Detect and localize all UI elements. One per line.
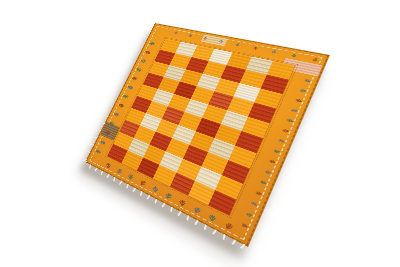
vine-twig-icon	[152, 186, 159, 194]
vine-twig-icon	[94, 148, 101, 154]
vine-twig-icon	[274, 149, 281, 154]
vine-twig-icon	[303, 78, 312, 83]
vine-twig-icon	[286, 118, 295, 124]
vine-twig-icon	[105, 163, 111, 170]
vine-twig-icon	[223, 222, 235, 232]
vine-twig-icon	[295, 98, 304, 104]
vine-twig-icon	[292, 53, 297, 57]
vine-twig-icon	[259, 180, 268, 187]
vine-twig-icon	[174, 31, 179, 35]
vine-twig-icon	[113, 112, 120, 117]
abrash-patch-cream-top-border	[201, 34, 228, 46]
vine-twig-icon	[126, 84, 134, 90]
vine-twig-icon	[115, 168, 123, 176]
rug	[85, 23, 330, 247]
vine-twig-icon	[122, 94, 129, 99]
vine-twig-icon	[250, 201, 259, 208]
vine-twig-icon	[300, 89, 308, 93]
vine-twig-icon	[253, 46, 258, 50]
vine-twig-icon	[164, 192, 174, 201]
vine-twig-icon	[148, 42, 155, 46]
vine-twig-icon	[312, 57, 320, 62]
vine-twig-icon	[139, 59, 146, 63]
vine-twig-icon	[277, 138, 286, 144]
vine-twig-icon	[265, 170, 272, 175]
vine-twig-icon	[291, 109, 299, 113]
vine-twig-icon	[143, 49, 151, 55]
vine-twig-icon	[98, 139, 106, 146]
vine-twig-icon	[208, 214, 216, 224]
vine-twig-icon	[235, 42, 241, 46]
vine-twig-icon	[179, 199, 186, 208]
vine-twig-icon	[246, 212, 253, 218]
vine-twig-icon	[117, 102, 125, 108]
vine-twig-icon	[241, 222, 250, 229]
vine-twig-icon	[188, 34, 192, 37]
photo-scene	[0, 0, 400, 267]
vine-twig-icon	[268, 159, 277, 165]
vine-twig-icon	[131, 76, 138, 81]
vine-twig-icon	[192, 206, 203, 215]
vine-twig-icon	[256, 191, 263, 196]
vine-twig-icon	[127, 174, 133, 182]
vine-twig-icon	[271, 49, 278, 54]
vine-twig-icon	[283, 129, 290, 134]
vine-twig-icon	[138, 179, 147, 187]
vine-twig-icon	[135, 67, 143, 73]
